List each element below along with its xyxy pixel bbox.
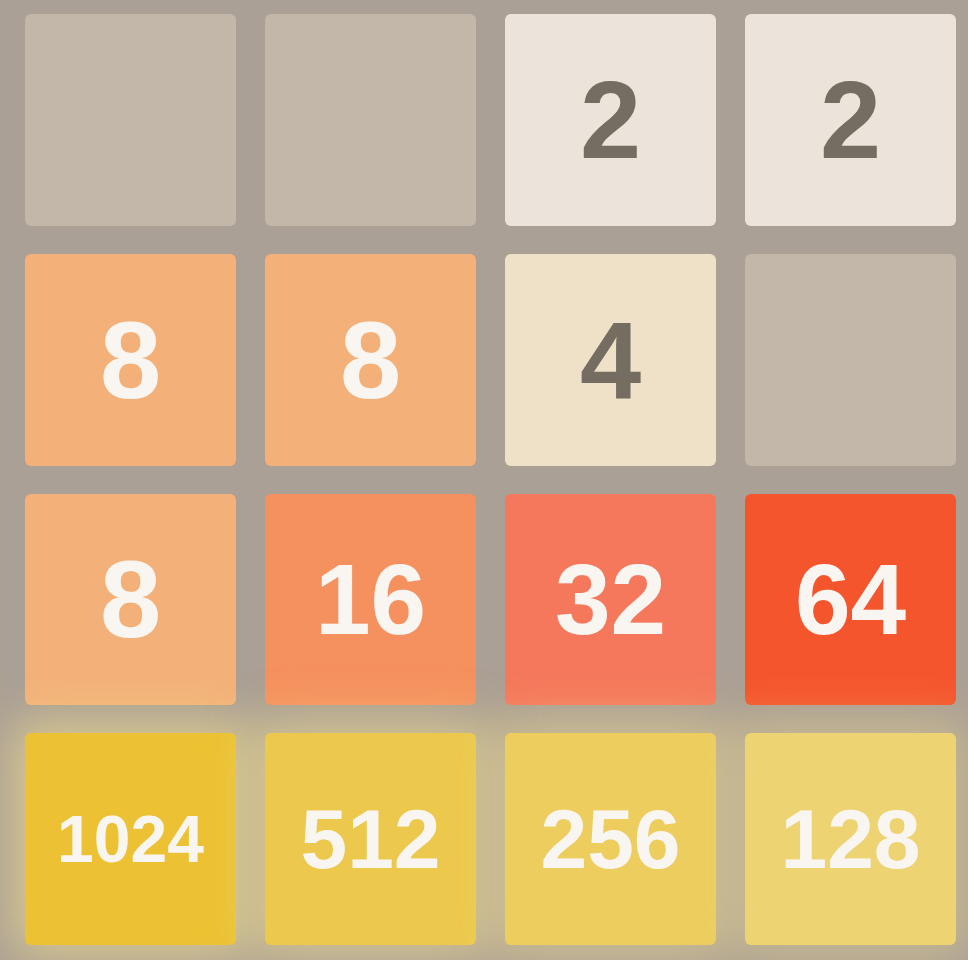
tile-2: 2 (745, 14, 956, 226)
tile-8: 8 (25, 494, 236, 706)
tile-4: 4 (505, 254, 716, 466)
empty-cell (25, 14, 236, 226)
tile-8: 8 (265, 254, 476, 466)
empty-cell (745, 254, 956, 466)
tile-128: 128 (745, 733, 956, 945)
tile-256: 256 (505, 733, 716, 945)
tile-2: 2 (505, 14, 716, 226)
tile-1024: 1024 (25, 733, 236, 945)
tile-16: 16 (265, 494, 476, 706)
tile-8: 8 (25, 254, 236, 466)
tile-512: 512 (265, 733, 476, 945)
board-2048[interactable]: 2288481632641024512256128 (0, 0, 968, 960)
tile-32: 32 (505, 494, 716, 706)
empty-cell (265, 14, 476, 226)
tile-64: 64 (745, 494, 956, 706)
